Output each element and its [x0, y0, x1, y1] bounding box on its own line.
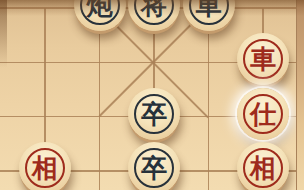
piece-glyph: 相: [243, 148, 283, 188]
piece-glyph: 将: [134, 0, 174, 25]
board-right-edge: [296, 0, 304, 190]
piece-glyph: 車: [243, 39, 283, 79]
xiangqi-board[interactable]: 炮将車車卒仕卒相相: [0, 0, 304, 190]
piece-black-soldier[interactable]: 卒: [128, 142, 180, 190]
piece-red-chariot[interactable]: 車: [237, 33, 289, 85]
piece-red-elephant[interactable]: 相: [237, 142, 289, 190]
piece-red-advisor[interactable]: 仕: [237, 88, 289, 140]
piece-black-general[interactable]: 将: [128, 0, 180, 31]
grid-line: [99, 8, 101, 190]
piece-glyph: 車: [189, 0, 229, 25]
piece-glyph: 炮: [80, 0, 120, 25]
board-left-edge-shadow: [0, 0, 7, 80]
piece-glyph: 仕: [243, 94, 283, 134]
grid-line: [208, 8, 210, 190]
piece-red-elephant[interactable]: 相: [19, 142, 71, 190]
piece-glyph: 卒: [134, 148, 174, 188]
piece-glyph: 卒: [134, 94, 174, 134]
piece-black-soldier[interactable]: 卒: [128, 88, 180, 140]
piece-glyph: 相: [25, 148, 65, 188]
